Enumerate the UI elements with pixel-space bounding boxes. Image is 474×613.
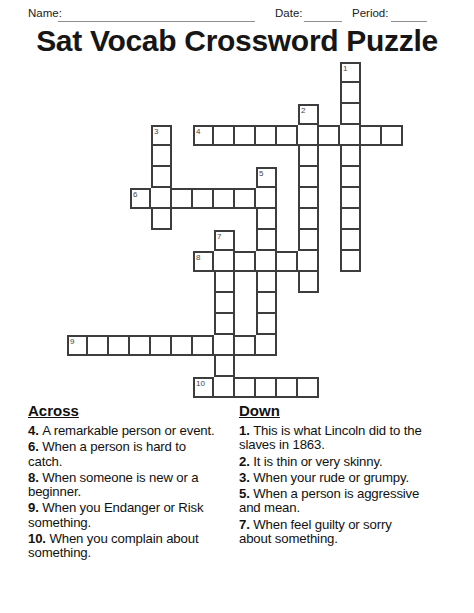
- crossword-void: [214, 167, 235, 188]
- crossword-void: [256, 83, 277, 104]
- crossword-void: [193, 272, 214, 293]
- crossword-void: [298, 293, 319, 314]
- crossword-cell[interactable]: [235, 188, 256, 209]
- across-heading: Across: [28, 403, 240, 419]
- crossword-void: [277, 146, 298, 167]
- crossword-cell[interactable]: [172, 188, 193, 209]
- crossword-void: [67, 293, 88, 314]
- crossword-void: [109, 209, 130, 230]
- crossword-cell[interactable]: [214, 272, 235, 293]
- crossword-void: [319, 377, 340, 398]
- crossword-cell[interactable]: [340, 104, 361, 125]
- crossword-void: [151, 272, 172, 293]
- crossword-void: [88, 125, 109, 146]
- crossword-void: [382, 62, 403, 83]
- crossword-void: [67, 230, 88, 251]
- period-fill-line: [391, 8, 427, 22]
- crossword-cell[interactable]: [256, 377, 277, 398]
- crossword-void: [214, 146, 235, 167]
- crossword-cell[interactable]: [298, 251, 319, 272]
- crossword-cell[interactable]: [214, 188, 235, 209]
- crossword-cell[interactable]: [256, 335, 277, 356]
- crossword-cell[interactable]: [340, 209, 361, 230]
- crossword-cell[interactable]: [88, 335, 109, 356]
- crossword-void: [193, 293, 214, 314]
- crossword-void: [130, 83, 151, 104]
- crossword-void: [361, 251, 382, 272]
- crossword-void: [382, 335, 403, 356]
- crossword-cell[interactable]: [214, 125, 235, 146]
- crossword-void: [172, 230, 193, 251]
- crossword-void: [361, 293, 382, 314]
- crossword-void: [382, 293, 403, 314]
- crossword-cell[interactable]: [235, 251, 256, 272]
- down-heading: Down: [239, 403, 470, 419]
- crossword-void: [67, 377, 88, 398]
- crossword-cell[interactable]: 1: [340, 62, 361, 83]
- crossword-void: [172, 146, 193, 167]
- crossword-void: [88, 146, 109, 167]
- clue-num-label: 4.: [28, 423, 42, 438]
- crossword-void: [109, 62, 130, 83]
- crossword-cell[interactable]: [277, 377, 298, 398]
- crossword-cell[interactable]: 5: [256, 167, 277, 188]
- crossword-cell[interactable]: [172, 335, 193, 356]
- crossword-void: [214, 209, 235, 230]
- crossword-void: [319, 146, 340, 167]
- crossword-void: [235, 314, 256, 335]
- crossword-void: [172, 251, 193, 272]
- crossword-void: [319, 209, 340, 230]
- crossword-void: [193, 209, 214, 230]
- clue-num-label: 6.: [28, 439, 42, 454]
- crossword-void: [214, 104, 235, 125]
- crossword-void: [340, 293, 361, 314]
- crossword-void: [67, 167, 88, 188]
- crossword-void: [151, 251, 172, 272]
- crossword-void: [151, 314, 172, 335]
- down-clue-7: 7. When feel guilty or sorry about somet…: [239, 518, 470, 547]
- crossword-cell[interactable]: [256, 188, 277, 209]
- crossword-void: [130, 146, 151, 167]
- crossword-void: [340, 335, 361, 356]
- crossword-cell[interactable]: [151, 335, 172, 356]
- crossword-void: [109, 167, 130, 188]
- crossword-void: [109, 230, 130, 251]
- crossword-cell[interactable]: [256, 314, 277, 335]
- worksheet-page: Name: Date: Period: Sat Vocab Crossword …: [0, 0, 474, 613]
- crossword-void: [151, 83, 172, 104]
- crossword-void: [319, 83, 340, 104]
- crossword-void: [340, 356, 361, 377]
- down-clue-1: 1. This is what Lincoln did to the slave…: [239, 424, 470, 453]
- crossword-void: [382, 104, 403, 125]
- crossword-cell[interactable]: [340, 251, 361, 272]
- crossword-cell[interactable]: [298, 377, 319, 398]
- crossword-void: [277, 62, 298, 83]
- crossword-void: [88, 293, 109, 314]
- crossword-void: [67, 314, 88, 335]
- date-fill-line: [304, 8, 342, 22]
- crossword-void: [235, 230, 256, 251]
- crossword-void: [256, 146, 277, 167]
- crossword-void: [88, 104, 109, 125]
- crossword-void: [235, 146, 256, 167]
- crossword-void: [319, 62, 340, 83]
- crossword-cell[interactable]: 9: [67, 335, 88, 356]
- across-clue-9: 9. When you Endanger or Risk something.: [28, 501, 240, 530]
- crossword-void: [130, 272, 151, 293]
- crossword-cell[interactable]: [340, 167, 361, 188]
- crossword-cell[interactable]: [109, 335, 130, 356]
- crossword-void: [235, 272, 256, 293]
- crossword-cell[interactable]: [151, 188, 172, 209]
- crossword-void: [88, 314, 109, 335]
- crossword-cell[interactable]: [340, 125, 361, 146]
- crossword-cell[interactable]: [298, 167, 319, 188]
- crossword-void: [277, 83, 298, 104]
- crossword-void: [67, 251, 88, 272]
- crossword-void: [109, 83, 130, 104]
- crossword-cell[interactable]: [193, 188, 214, 209]
- crossword-void: [130, 167, 151, 188]
- crossword-void: [382, 314, 403, 335]
- clue-num-label: 7.: [239, 517, 253, 532]
- crossword-void: [88, 167, 109, 188]
- crossword-void: [340, 272, 361, 293]
- crossword-void: [67, 272, 88, 293]
- crossword-void: [214, 83, 235, 104]
- crossword-void: [130, 125, 151, 146]
- crossword-void: [172, 356, 193, 377]
- crossword-void: [109, 104, 130, 125]
- crossword-cell[interactable]: [256, 293, 277, 314]
- crossword-void: [319, 188, 340, 209]
- crossword-cell[interactable]: [130, 335, 151, 356]
- crossword-void: [235, 62, 256, 83]
- crossword-void: [109, 272, 130, 293]
- crossword-void: [151, 62, 172, 83]
- crossword-void: [361, 335, 382, 356]
- crossword-void: [172, 272, 193, 293]
- down-clue-list: Down 1. This is what Lincoln did to the …: [239, 403, 470, 548]
- crossword-void: [382, 146, 403, 167]
- crossword-void: [361, 83, 382, 104]
- crossword-void: [130, 356, 151, 377]
- crossword-cell[interactable]: [214, 335, 235, 356]
- crossword-cell[interactable]: 4: [193, 125, 214, 146]
- crossword-void: [67, 209, 88, 230]
- crossword-void: [151, 293, 172, 314]
- name-label: Name:: [28, 7, 62, 19]
- crossword-void: [382, 167, 403, 188]
- crossword-void: [193, 83, 214, 104]
- crossword-cell[interactable]: [298, 146, 319, 167]
- crossword-void: [67, 104, 88, 125]
- crossword-void: [130, 209, 151, 230]
- crossword-void: [319, 167, 340, 188]
- crossword-void: [172, 167, 193, 188]
- crossword-cell[interactable]: 3: [151, 125, 172, 146]
- crossword-void: [382, 356, 403, 377]
- crossword-void: [277, 167, 298, 188]
- date-label: Date:: [275, 7, 303, 19]
- crossword-void: [361, 356, 382, 377]
- crossword-void: [109, 125, 130, 146]
- crossword-void: [382, 209, 403, 230]
- crossword-void: [319, 104, 340, 125]
- crossword-void: [67, 188, 88, 209]
- crossword-void: [130, 230, 151, 251]
- crossword-void: [361, 146, 382, 167]
- crossword-void: [340, 314, 361, 335]
- crossword-cell[interactable]: [256, 209, 277, 230]
- crossword-void: [172, 377, 193, 398]
- crossword-cell[interactable]: [214, 356, 235, 377]
- crossword-void: [277, 293, 298, 314]
- across-clue-list: Across 4. A remarkable person or event.6…: [28, 403, 240, 563]
- across-clue-4: 4. A remarkable person or event.: [28, 424, 240, 438]
- crossword-void: [340, 377, 361, 398]
- crossword-void: [382, 188, 403, 209]
- clue-number: 3: [154, 127, 158, 136]
- crossword-void: [382, 83, 403, 104]
- crossword-void: [130, 377, 151, 398]
- crossword-void: [109, 146, 130, 167]
- clue-number: 9: [70, 337, 74, 346]
- crossword-cell[interactable]: [235, 125, 256, 146]
- crossword-cell[interactable]: 7: [214, 230, 235, 251]
- crossword-void: [256, 356, 277, 377]
- crossword-cell[interactable]: [214, 314, 235, 335]
- crossword-cell[interactable]: [298, 125, 319, 146]
- crossword-void: [88, 188, 109, 209]
- crossword-void: [172, 104, 193, 125]
- crossword-void: [109, 251, 130, 272]
- crossword-void: [319, 314, 340, 335]
- clue-number: 4: [196, 127, 200, 136]
- crossword-void: [319, 230, 340, 251]
- crossword-void: [319, 293, 340, 314]
- crossword-cell[interactable]: [298, 272, 319, 293]
- crossword-void: [172, 209, 193, 230]
- crossword-cell[interactable]: [298, 209, 319, 230]
- crossword-void: [235, 167, 256, 188]
- crossword-cell[interactable]: [298, 188, 319, 209]
- crossword-void: [109, 377, 130, 398]
- crossword-void: [361, 272, 382, 293]
- crossword-void: [172, 314, 193, 335]
- crossword-void: [361, 209, 382, 230]
- clue-number: 1: [343, 64, 347, 73]
- crossword-void: [277, 272, 298, 293]
- crossword-cell[interactable]: [277, 251, 298, 272]
- down-clue-5: 5. When a person is aggressive and mean.: [239, 487, 470, 516]
- crossword-void: [319, 335, 340, 356]
- name-fill-line: [58, 8, 255, 22]
- crossword-void: [298, 83, 319, 104]
- crossword-void: [151, 377, 172, 398]
- crossword-void: [193, 356, 214, 377]
- crossword-void: [130, 314, 151, 335]
- down-clue-2: 2. It is thin or very skinny.: [239, 455, 470, 469]
- crossword-void: [88, 62, 109, 83]
- crossword-void: [67, 83, 88, 104]
- crossword-cell[interactable]: [151, 146, 172, 167]
- clue-num-label: 2.: [239, 454, 253, 469]
- crossword-cell[interactable]: 8: [193, 251, 214, 272]
- crossword-void: [88, 230, 109, 251]
- crossword-void: [235, 356, 256, 377]
- crossword-cell[interactable]: [214, 251, 235, 272]
- crossword-void: [88, 83, 109, 104]
- period-label: Period:: [352, 7, 388, 19]
- crossword-void: [130, 62, 151, 83]
- crossword-void: [298, 335, 319, 356]
- crossword-void: [277, 104, 298, 125]
- crossword-void: [151, 104, 172, 125]
- crossword-void: [319, 272, 340, 293]
- clue-num-label: 3.: [239, 470, 253, 485]
- crossword-void: [88, 377, 109, 398]
- crossword-void: [67, 146, 88, 167]
- crossword-void: [277, 209, 298, 230]
- crossword-void: [193, 230, 214, 251]
- down-clue-3: 3. When your rude or grumpy.: [239, 471, 470, 485]
- crossword-void: [298, 314, 319, 335]
- crossword-void: [67, 62, 88, 83]
- clue-num-label: 8.: [28, 470, 42, 485]
- crossword-void: [277, 356, 298, 377]
- clue-num-label: 5.: [239, 486, 253, 501]
- crossword-cell[interactable]: [277, 125, 298, 146]
- crossword-void: [151, 356, 172, 377]
- crossword-void: [193, 62, 214, 83]
- crossword-void: [361, 62, 382, 83]
- crossword-void: [382, 251, 403, 272]
- across-clue-6: 6. When a person is hard to catch.: [28, 440, 240, 469]
- crossword-void: [130, 104, 151, 125]
- crossword-void: [277, 188, 298, 209]
- crossword-void: [193, 146, 214, 167]
- crossword-void: [130, 293, 151, 314]
- crossword-cell[interactable]: [298, 230, 319, 251]
- clue-number: 5: [259, 169, 263, 178]
- crossword-void: [277, 230, 298, 251]
- crossword-void: [88, 209, 109, 230]
- crossword-void: [172, 125, 193, 146]
- crossword-void: [193, 104, 214, 125]
- crossword-cell[interactable]: [256, 230, 277, 251]
- crossword-void: [235, 209, 256, 230]
- crossword-void: [256, 104, 277, 125]
- crossword-void: [361, 167, 382, 188]
- crossword-void: [298, 356, 319, 377]
- crossword-cell[interactable]: [214, 293, 235, 314]
- crossword-cell[interactable]: [235, 335, 256, 356]
- crossword-cell[interactable]: 2: [298, 104, 319, 125]
- crossword-void: [382, 272, 403, 293]
- crossword-void: [382, 377, 403, 398]
- crossword-void: [109, 356, 130, 377]
- crossword-void: [361, 104, 382, 125]
- crossword-void: [130, 251, 151, 272]
- crossword-void: [88, 251, 109, 272]
- crossword-void: [172, 293, 193, 314]
- clue-number: 2: [301, 106, 305, 115]
- crossword-void: [361, 188, 382, 209]
- crossword-void: [319, 251, 340, 272]
- crossword-cell[interactable]: [151, 209, 172, 230]
- crossword-void: [151, 230, 172, 251]
- crossword-cell[interactable]: [340, 146, 361, 167]
- crossword-cell[interactable]: [151, 167, 172, 188]
- crossword-cell[interactable]: [361, 125, 382, 146]
- crossword-void: [319, 356, 340, 377]
- crossword-void: [214, 62, 235, 83]
- crossword-void: [109, 314, 130, 335]
- clue-number: 10: [196, 379, 205, 388]
- crossword-void: [109, 188, 130, 209]
- crossword-cell[interactable]: 10: [193, 377, 214, 398]
- crossword-cell[interactable]: [340, 230, 361, 251]
- crossword-void: [109, 293, 130, 314]
- clue-number: 7: [217, 232, 221, 241]
- crossword-void: [67, 356, 88, 377]
- crossword-void: [172, 83, 193, 104]
- crossword-cell[interactable]: [256, 251, 277, 272]
- across-clue-8: 8. When someone is new or a beginner.: [28, 471, 240, 500]
- crossword-cell[interactable]: [256, 272, 277, 293]
- crossword-cell[interactable]: [193, 335, 214, 356]
- crossword-cell[interactable]: [340, 188, 361, 209]
- crossword-cell[interactable]: [235, 377, 256, 398]
- crossword-cell[interactable]: [256, 125, 277, 146]
- crossword-void: [172, 62, 193, 83]
- clue-number: 8: [196, 253, 200, 262]
- clue-num-label: 10.: [28, 531, 49, 546]
- crossword-void: [235, 293, 256, 314]
- crossword-void: [256, 62, 277, 83]
- page-title: Sat Vocab Crossword Puzzle: [0, 24, 474, 58]
- crossword-void: [88, 356, 109, 377]
- crossword-void: [361, 230, 382, 251]
- across-clue-10: 10. When you complain about something.: [28, 532, 240, 561]
- crossword-void: [361, 377, 382, 398]
- crossword-board: 12345678910: [67, 62, 403, 398]
- crossword-void: [193, 167, 214, 188]
- crossword-void: [277, 335, 298, 356]
- crossword-void: [382, 230, 403, 251]
- clue-num-label: 9.: [28, 500, 42, 515]
- crossword-cell[interactable]: [214, 377, 235, 398]
- clue-num-label: 1.: [239, 423, 253, 438]
- crossword-void: [193, 314, 214, 335]
- crossword-cell[interactable]: [319, 125, 340, 146]
- crossword-cell[interactable]: [382, 125, 403, 146]
- crossword-cell[interactable]: 6: [130, 188, 151, 209]
- crossword-void: [361, 314, 382, 335]
- crossword-cell[interactable]: [340, 83, 361, 104]
- crossword-void: [67, 125, 88, 146]
- crossword-void: [235, 104, 256, 125]
- crossword-void: [298, 62, 319, 83]
- crossword-void: [277, 314, 298, 335]
- crossword-void: [235, 83, 256, 104]
- crossword-void: [88, 272, 109, 293]
- clue-number: 6: [133, 190, 137, 199]
